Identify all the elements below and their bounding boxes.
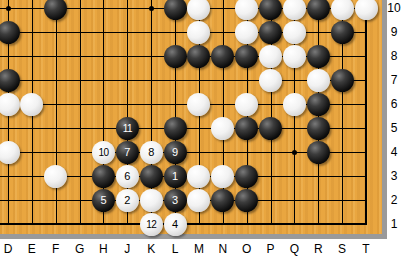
white-stone-R7[interactable] [307, 69, 330, 92]
white-stone-O9[interactable] [235, 21, 258, 44]
white-stone-L1[interactable]: 4 [164, 213, 187, 236]
column-label-T: T [362, 242, 369, 256]
white-stone-O10[interactable] [235, 0, 258, 20]
black-stone-L3[interactable]: 1 [164, 165, 187, 188]
black-stone-H3[interactable] [92, 165, 115, 188]
column-label-M: M [194, 242, 204, 256]
white-stone-O6[interactable] [235, 93, 258, 116]
black-stone-K3[interactable] [140, 165, 163, 188]
black-stone-L8[interactable] [164, 45, 187, 68]
black-stone-O3[interactable] [235, 165, 258, 188]
white-stone-K1[interactable]: 12 [140, 213, 163, 236]
white-stone-M9[interactable] [187, 21, 210, 44]
white-stone-N3[interactable] [211, 165, 234, 188]
column-label-F: F [52, 242, 59, 256]
white-stone-M6[interactable] [187, 93, 210, 116]
row-label-10: 10 [387, 1, 400, 15]
row-label-3: 3 [391, 169, 398, 183]
row-label-7: 7 [391, 73, 398, 87]
star-point [292, 150, 297, 155]
move-number: 10 [98, 147, 108, 158]
column-label-R: R [314, 242, 323, 256]
black-stone-S9[interactable] [331, 21, 354, 44]
white-stone-Q6[interactable] [283, 93, 306, 116]
white-stone-F3[interactable] [44, 165, 67, 188]
star-point [6, 6, 11, 11]
white-stone-H4[interactable]: 10 [92, 141, 115, 164]
white-stone-E6[interactable] [20, 93, 43, 116]
black-stone-L2[interactable]: 3 [164, 189, 187, 212]
black-stone-O8[interactable] [235, 45, 258, 68]
white-stone-M10[interactable] [187, 0, 210, 20]
black-stone-S7[interactable] [331, 69, 354, 92]
black-stone-N8[interactable] [211, 45, 234, 68]
black-stone-R4[interactable] [307, 141, 330, 164]
star-point [149, 6, 154, 11]
grid-vline [80, 0, 81, 225]
white-stone-J2[interactable]: 2 [116, 189, 139, 212]
column-label-N: N [218, 242, 227, 256]
row-label-5: 5 [391, 121, 398, 135]
column-label-O: O [242, 242, 251, 256]
go-diagram: 111078961523124 DEFGHJKLMNOPQRST 1098765… [0, 0, 404, 260]
move-number: 3 [172, 195, 178, 206]
move-number: 12 [146, 219, 156, 230]
row-label-2: 2 [391, 193, 398, 207]
white-stone-Q10[interactable] [283, 0, 306, 20]
black-stone-R5[interactable] [307, 117, 330, 140]
black-stone-D7[interactable] [0, 69, 20, 92]
row-label-6: 6 [391, 97, 398, 111]
black-stone-L5[interactable] [164, 117, 187, 140]
move-number: 6 [124, 171, 130, 182]
grid-vline [56, 0, 57, 225]
black-stone-O2[interactable] [235, 189, 258, 212]
black-stone-R6[interactable] [307, 93, 330, 116]
black-stone-P5[interactable] [259, 117, 282, 140]
white-stone-J3[interactable]: 6 [116, 165, 139, 188]
move-number: 9 [172, 147, 178, 158]
column-label-P: P [267, 242, 275, 256]
column-label-H: H [99, 242, 108, 256]
move-number: 7 [124, 147, 130, 158]
black-stone-N2[interactable] [211, 189, 234, 212]
move-number: 5 [100, 195, 106, 206]
white-stone-Q8[interactable] [283, 45, 306, 68]
grid-vline [365, 0, 367, 225]
white-stone-M2[interactable] [187, 189, 210, 212]
move-number: 1 [172, 171, 178, 182]
white-stone-T10[interactable] [355, 0, 378, 20]
row-label-1: 1 [391, 217, 398, 231]
row-label-4: 4 [391, 145, 398, 159]
white-stone-D4[interactable] [0, 141, 20, 164]
column-label-K: K [147, 242, 155, 256]
black-stone-M8[interactable] [187, 45, 210, 68]
go-board[interactable]: 111078961523124 [0, 0, 382, 234]
column-label-D: D [4, 242, 13, 256]
white-stone-M3[interactable] [187, 165, 210, 188]
white-stone-K2[interactable] [140, 189, 163, 212]
white-stone-D6[interactable] [0, 93, 20, 116]
black-stone-J4[interactable]: 7 [116, 141, 139, 164]
black-stone-L10[interactable] [164, 0, 187, 20]
column-label-E: E [28, 242, 36, 256]
white-stone-K4[interactable]: 8 [140, 141, 163, 164]
black-stone-R10[interactable] [307, 0, 330, 20]
black-stone-J5[interactable]: 11 [116, 117, 139, 140]
black-stone-H2[interactable]: 5 [92, 189, 115, 212]
move-number: 11 [123, 123, 132, 134]
move-number: 4 [172, 219, 178, 230]
white-stone-Q9[interactable] [283, 21, 306, 44]
move-number: 8 [148, 147, 154, 158]
black-stone-D9[interactable] [0, 21, 20, 44]
move-number: 2 [124, 195, 130, 206]
column-label-S: S [338, 242, 346, 256]
black-stone-R8[interactable] [307, 45, 330, 68]
white-stone-N5[interactable] [211, 117, 234, 140]
black-stone-P10[interactable] [259, 0, 282, 20]
white-stone-P7[interactable] [259, 69, 282, 92]
column-label-J: J [124, 242, 130, 256]
black-stone-P9[interactable] [259, 21, 282, 44]
row-label-9: 9 [391, 25, 398, 39]
row-label-8: 8 [391, 49, 398, 63]
column-label-Q: Q [290, 242, 299, 256]
black-stone-O5[interactable] [235, 117, 258, 140]
white-stone-P8[interactable] [259, 45, 282, 68]
black-stone-F10[interactable] [44, 0, 67, 20]
white-stone-S10[interactable] [331, 0, 354, 20]
black-stone-L4[interactable]: 9 [164, 141, 187, 164]
column-label-L: L [172, 242, 179, 256]
column-label-G: G [75, 242, 84, 256]
